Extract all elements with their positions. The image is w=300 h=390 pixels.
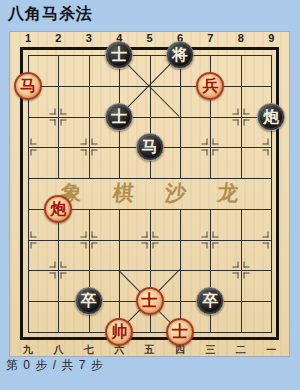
- position-marker: [263, 139, 280, 156]
- page-title: 八角马杀法: [8, 4, 93, 25]
- position-marker: [202, 139, 219, 156]
- file-label-bottom: 一: [266, 343, 276, 357]
- piece-glyph: 卒: [202, 293, 218, 309]
- file-label-bottom: 五: [145, 343, 155, 357]
- piece-red-炮[interactable]: 炮: [44, 195, 72, 223]
- position-marker: [202, 231, 219, 248]
- position-marker: [232, 108, 249, 125]
- file-label-top: 7: [207, 32, 213, 44]
- file-label-bottom: 九: [23, 343, 33, 357]
- piece-black-炮[interactable]: 炮: [257, 103, 285, 131]
- xiangqi-board[interactable]: 123456789九八七六五四三二一象 棋 沙 龙士将马兵士炮马炮卒士卒帅士: [10, 32, 289, 356]
- file-label-top: 1: [25, 32, 31, 44]
- piece-black-马[interactable]: 马: [136, 133, 164, 161]
- file-label-bottom: 二: [236, 343, 246, 357]
- piece-glyph: 士: [172, 324, 188, 340]
- file-label-bottom: 三: [205, 343, 215, 357]
- piece-glyph: 马: [20, 78, 36, 94]
- grid-line-v: [271, 55, 272, 332]
- move-counter-status: 第 0 步 / 共 7 步: [6, 357, 104, 374]
- piece-glyph: 士: [111, 47, 127, 63]
- piece-red-士[interactable]: 士: [136, 287, 164, 315]
- position-marker: [50, 262, 67, 279]
- piece-glyph: 帅: [111, 324, 127, 340]
- file-label-bottom: 七: [84, 343, 94, 357]
- piece-black-将[interactable]: 将: [166, 41, 194, 69]
- piece-glyph: 马: [142, 139, 158, 155]
- position-marker: [80, 139, 97, 156]
- file-label-top: 8: [238, 32, 244, 44]
- grid-line-h: [28, 332, 272, 333]
- grid-line-v: [180, 55, 181, 178]
- file-label-bottom: 八: [53, 343, 63, 357]
- grid-line-v: [180, 209, 181, 332]
- file-label-top: 9: [268, 32, 274, 44]
- piece-glyph: 士: [142, 293, 158, 309]
- file-label-top: 2: [55, 32, 61, 44]
- grid-line-v: [89, 55, 90, 178]
- piece-red-兵[interactable]: 兵: [196, 72, 224, 100]
- piece-red-士[interactable]: 士: [166, 318, 194, 346]
- position-marker: [141, 231, 158, 248]
- piece-red-帅[interactable]: 帅: [105, 318, 133, 346]
- piece-black-士[interactable]: 士: [105, 103, 133, 131]
- piece-red-马[interactable]: 马: [14, 72, 42, 100]
- position-marker: [20, 139, 37, 156]
- piece-glyph: 兵: [202, 78, 218, 94]
- piece-glyph: 卒: [81, 293, 97, 309]
- position-marker: [232, 262, 249, 279]
- position-marker: [50, 108, 67, 125]
- piece-black-士[interactable]: 士: [105, 41, 133, 69]
- piece-glyph: 士: [111, 109, 127, 125]
- position-marker: [80, 231, 97, 248]
- position-marker: [20, 231, 37, 248]
- file-label-top: 5: [147, 32, 153, 44]
- river-text: 象 棋 沙 龙: [59, 179, 253, 207]
- file-label-top: 3: [86, 32, 92, 44]
- piece-glyph: 炮: [263, 109, 279, 125]
- piece-black-卒[interactable]: 卒: [196, 287, 224, 315]
- piece-black-卒[interactable]: 卒: [75, 287, 103, 315]
- piece-glyph: 炮: [50, 201, 66, 217]
- position-marker: [263, 231, 280, 248]
- piece-glyph: 将: [172, 47, 188, 63]
